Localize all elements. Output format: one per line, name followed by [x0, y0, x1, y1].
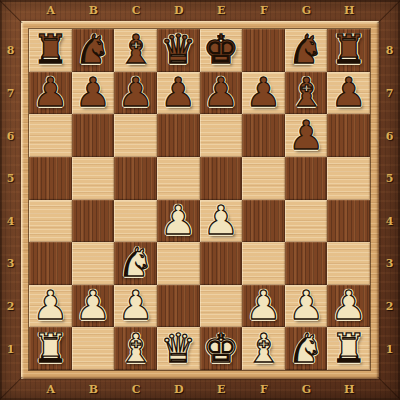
square-g6[interactable]: ♟ [285, 114, 328, 157]
square-f5[interactable] [242, 157, 285, 200]
square-a2[interactable]: ♟ [29, 285, 72, 328]
piece-black-pawn-d7[interactable]: ♟ [160, 72, 196, 112]
rank-labels-right: 87654321 [379, 30, 400, 371]
file-label-top-g: G [285, 0, 328, 21]
square-e6[interactable] [200, 114, 243, 157]
square-h8[interactable]: ♜ [327, 29, 370, 72]
square-f2[interactable]: ♟ [242, 285, 285, 328]
rank-label-right-5: 5 [379, 157, 400, 200]
file-label-bottom-a: A [30, 379, 73, 400]
square-g1[interactable]: ♞ [285, 327, 328, 370]
rank-label-left-6: 6 [0, 115, 21, 158]
square-a4[interactable] [29, 200, 72, 243]
square-a5[interactable] [29, 157, 72, 200]
square-g2[interactable]: ♟ [285, 285, 328, 328]
piece-white-pawn-d4[interactable]: ♟ [160, 200, 196, 240]
file-labels-top: ABCDEFGH [30, 0, 371, 21]
piece-white-pawn-h2[interactable]: ♟ [331, 285, 367, 325]
rank-label-right-4: 4 [379, 200, 400, 243]
square-a7[interactable]: ♟ [29, 72, 72, 115]
chess-app: ABCDEFGH ABCDEFGH 87654321 87654321 ♜♞♝♛… [0, 0, 400, 400]
piece-black-queen-d8[interactable]: ♛ [160, 29, 196, 69]
rank-label-left-7: 7 [0, 72, 21, 115]
piece-black-king-e8[interactable]: ♚ [203, 29, 239, 69]
square-d7[interactable]: ♟ [157, 72, 200, 115]
frame-corner-seam [377, 377, 400, 400]
piece-black-pawn-f7[interactable]: ♟ [246, 72, 282, 112]
file-label-bottom-g: G [285, 379, 328, 400]
file-label-top-a: A [30, 0, 73, 21]
square-d3[interactable] [157, 242, 200, 285]
square-d4[interactable]: ♟ [157, 200, 200, 243]
file-label-top-c: C [115, 0, 158, 21]
rank-label-left-3: 3 [0, 243, 21, 286]
square-b3[interactable] [72, 242, 115, 285]
square-g4[interactable] [285, 200, 328, 243]
rank-label-right-7: 7 [379, 72, 400, 115]
piece-white-bishop-f1[interactable]: ♝ [246, 328, 282, 368]
rank-label-left-8: 8 [0, 30, 21, 73]
file-label-top-f: F [243, 0, 286, 21]
square-e2[interactable] [200, 285, 243, 328]
rank-label-right-1: 1 [379, 328, 400, 371]
square-d6[interactable] [157, 114, 200, 157]
board-inner-border: ♜♞♝♛♚♞♜♟♟♟♟♟♟♝♟♟♟♟♞♟♟♟♟♟♟♜♝♛♚♝♞♜ [21, 21, 379, 379]
piece-black-pawn-h7[interactable]: ♟ [331, 72, 367, 112]
square-b5[interactable] [72, 157, 115, 200]
file-label-bottom-f: F [243, 379, 286, 400]
square-d1[interactable]: ♛ [157, 327, 200, 370]
square-h3[interactable] [327, 242, 370, 285]
square-b6[interactable] [72, 114, 115, 157]
square-c4[interactable] [114, 200, 157, 243]
piece-white-pawn-e4[interactable]: ♟ [203, 200, 239, 240]
piece-white-knight-c3[interactable]: ♞ [118, 242, 154, 282]
rank-label-right-3: 3 [379, 243, 400, 286]
square-f3[interactable] [242, 242, 285, 285]
square-c5[interactable] [114, 157, 157, 200]
square-f1[interactable]: ♝ [242, 327, 285, 370]
square-c3[interactable]: ♞ [114, 242, 157, 285]
square-a8[interactable]: ♜ [29, 29, 72, 72]
piece-black-bishop-g7[interactable]: ♝ [288, 72, 324, 112]
piece-white-rook-h1[interactable]: ♜ [331, 328, 367, 368]
file-label-top-e: E [200, 0, 243, 21]
square-h6[interactable] [327, 114, 370, 157]
square-a1[interactable]: ♜ [29, 327, 72, 370]
square-f8[interactable] [242, 29, 285, 72]
square-h2[interactable]: ♟ [327, 285, 370, 328]
frame-corner-seam [0, 377, 23, 400]
file-label-bottom-d: D [157, 379, 200, 400]
piece-white-bishop-c1[interactable]: ♝ [118, 328, 154, 368]
square-d2[interactable] [157, 285, 200, 328]
piece-white-knight-g1[interactable]: ♞ [288, 328, 324, 368]
rank-label-left-1: 1 [0, 328, 21, 371]
square-b7[interactable]: ♟ [72, 72, 115, 115]
piece-white-pawn-f2[interactable]: ♟ [246, 285, 282, 325]
piece-white-pawn-c2[interactable]: ♟ [118, 285, 154, 325]
piece-white-queen-d1[interactable]: ♛ [160, 328, 196, 368]
board-frame: ABCDEFGH ABCDEFGH 87654321 87654321 ♜♞♝♛… [0, 0, 400, 400]
square-a6[interactable] [29, 114, 72, 157]
square-b1[interactable] [72, 327, 115, 370]
square-h1[interactable]: ♜ [327, 327, 370, 370]
board-grid: ♜♞♝♛♚♞♜♟♟♟♟♟♟♝♟♟♟♟♞♟♟♟♟♟♟♜♝♛♚♝♞♜ [29, 29, 370, 370]
square-a3[interactable] [29, 242, 72, 285]
piece-black-knight-b8[interactable]: ♞ [75, 29, 111, 69]
square-f6[interactable] [242, 114, 285, 157]
rank-label-left-2: 2 [0, 285, 21, 328]
piece-white-rook-a1[interactable]: ♜ [32, 328, 68, 368]
square-c7[interactable]: ♟ [114, 72, 157, 115]
square-c2[interactable]: ♟ [114, 285, 157, 328]
file-label-top-b: B [72, 0, 115, 21]
piece-white-pawn-a2[interactable]: ♟ [32, 285, 68, 325]
piece-black-pawn-g6[interactable]: ♟ [288, 115, 324, 155]
square-b8[interactable]: ♞ [72, 29, 115, 72]
square-e3[interactable] [200, 242, 243, 285]
piece-black-pawn-a7[interactable]: ♟ [32, 72, 68, 112]
piece-black-rook-a8[interactable]: ♜ [32, 29, 68, 69]
file-labels-bottom: ABCDEFGH [30, 379, 371, 400]
square-h5[interactable] [327, 157, 370, 200]
square-f4[interactable] [242, 200, 285, 243]
square-h7[interactable]: ♟ [327, 72, 370, 115]
square-e5[interactable] [200, 157, 243, 200]
square-e8[interactable]: ♚ [200, 29, 243, 72]
file-label-top-d: D [157, 0, 200, 21]
rank-label-left-4: 4 [0, 200, 21, 243]
piece-white-pawn-b2[interactable]: ♟ [75, 285, 111, 325]
file-label-bottom-b: B [72, 379, 115, 400]
rank-label-right-2: 2 [379, 285, 400, 328]
piece-black-knight-g8[interactable]: ♞ [288, 29, 324, 69]
square-c1[interactable]: ♝ [114, 327, 157, 370]
square-c6[interactable] [114, 114, 157, 157]
square-f7[interactable]: ♟ [242, 72, 285, 115]
piece-black-pawn-c7[interactable]: ♟ [118, 72, 154, 112]
piece-black-bishop-c8[interactable]: ♝ [118, 29, 154, 69]
piece-black-rook-h8[interactable]: ♜ [331, 29, 367, 69]
rank-label-left-5: 5 [0, 157, 21, 200]
rank-labels-left: 87654321 [0, 30, 21, 371]
file-label-top-h: H [328, 0, 371, 21]
square-g8[interactable]: ♞ [285, 29, 328, 72]
square-b2[interactable]: ♟ [72, 285, 115, 328]
square-e4[interactable]: ♟ [200, 200, 243, 243]
square-d5[interactable] [157, 157, 200, 200]
square-b4[interactable] [72, 200, 115, 243]
piece-white-pawn-g2[interactable]: ♟ [288, 285, 324, 325]
piece-black-pawn-b7[interactable]: ♟ [75, 72, 111, 112]
square-d8[interactable]: ♛ [157, 29, 200, 72]
square-e1[interactable]: ♚ [200, 327, 243, 370]
square-g7[interactable]: ♝ [285, 72, 328, 115]
file-label-bottom-c: C [115, 379, 158, 400]
piece-white-king-e1[interactable]: ♚ [203, 328, 239, 368]
square-h4[interactable] [327, 200, 370, 243]
square-g5[interactable] [285, 157, 328, 200]
frame-corner-seam [0, 0, 23, 23]
file-label-bottom-e: E [200, 379, 243, 400]
square-c8[interactable]: ♝ [114, 29, 157, 72]
square-g3[interactable] [285, 242, 328, 285]
square-e7[interactable]: ♟ [200, 72, 243, 115]
piece-black-pawn-e7[interactable]: ♟ [203, 72, 239, 112]
rank-label-right-8: 8 [379, 30, 400, 73]
rank-label-right-6: 6 [379, 115, 400, 158]
frame-corner-seam [377, 0, 400, 23]
file-label-bottom-h: H [328, 379, 371, 400]
